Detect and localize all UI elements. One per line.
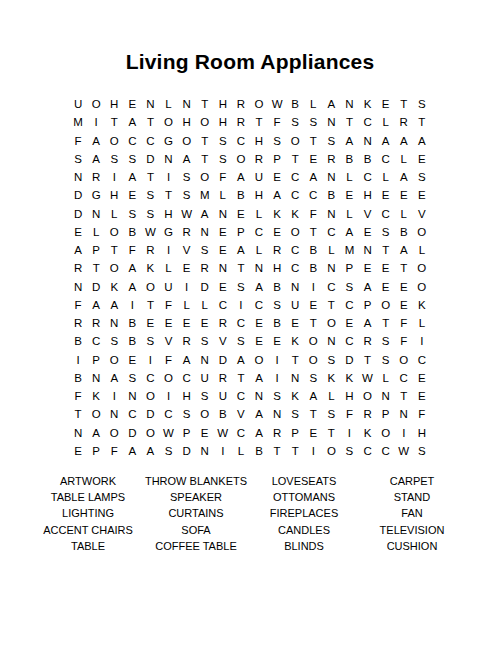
grid-cell-r16c1: B xyxy=(69,369,87,387)
grid-cell-r19c7: P xyxy=(178,424,196,442)
grid-cell-r9c4: F xyxy=(123,241,141,259)
grid-cell-r6c12: A xyxy=(268,186,286,204)
grid-cell-r15c6: F xyxy=(159,351,177,369)
grid-cell-r11c3: K xyxy=(105,278,123,296)
grid-cell-r15c17: T xyxy=(359,351,377,369)
grid-cell-r12c2: A xyxy=(87,296,105,314)
grid-cell-r6c10: B xyxy=(232,186,250,204)
grid-cell-r10c9: N xyxy=(214,259,232,277)
grid-cell-r18c12: N xyxy=(268,405,286,423)
grid-cell-r10c12: H xyxy=(268,259,286,277)
grid-cell-r17c16: H xyxy=(340,387,358,405)
grid-cell-r14c1: B xyxy=(69,332,87,350)
grid-cell-r12c6: F xyxy=(159,296,177,314)
grid-cell-r7c15: N xyxy=(322,205,340,223)
grid-cell-r14c14: O xyxy=(304,332,322,350)
grid-cell-r10c3: O xyxy=(105,259,123,277)
grid-cell-r11c1: N xyxy=(69,278,87,296)
grid-cell-r1c8: T xyxy=(196,95,214,113)
grid-cell-r14c16: C xyxy=(340,332,358,350)
word-column-1: ARTWORKTABLE LAMPSLIGHTINGACCENT CHAIRST… xyxy=(34,473,142,554)
word-item: BLINDS xyxy=(284,538,324,554)
grid-cell-r12c15: T xyxy=(322,296,340,314)
grid-cell-r4c18: C xyxy=(377,150,395,168)
grid-cell-r4c5: D xyxy=(141,150,159,168)
grid-cell-r14c18: S xyxy=(377,332,395,350)
grid-cell-r11c14: I xyxy=(304,278,322,296)
grid-cell-r8c16: A xyxy=(340,223,358,241)
word-item: SPEAKER xyxy=(170,489,222,505)
grid-cell-r5c17: C xyxy=(359,168,377,186)
grid-cell-r3c13: O xyxy=(286,132,304,150)
grid-cell-r1c2: O xyxy=(87,95,105,113)
grid-cell-r5c14: A xyxy=(304,168,322,186)
grid-cell-r5c2: R xyxy=(87,168,105,186)
grid-cell-r18c14: T xyxy=(304,405,322,423)
grid-cell-r8c1: E xyxy=(69,223,87,241)
grid-cell-r9c2: P xyxy=(87,241,105,259)
grid-cell-r20c1: E xyxy=(69,442,87,460)
grid-cell-r11c16: S xyxy=(340,278,358,296)
grid-cell-r1c12: W xyxy=(268,95,286,113)
grid-cell-r9c7: V xyxy=(178,241,196,259)
grid-cell-r1c20: S xyxy=(413,95,431,113)
grid-cell-r7c11: L xyxy=(250,205,268,223)
grid-cell-r13c11: E xyxy=(250,314,268,332)
grid-cell-r5c16: L xyxy=(340,168,358,186)
grid-cell-r3c14: T xyxy=(304,132,322,150)
grid-cell-r9c17: N xyxy=(359,241,377,259)
grid-cell-r17c19: T xyxy=(395,387,413,405)
word-item: OTTOMANS xyxy=(273,489,335,505)
grid-cell-r16c2: N xyxy=(87,369,105,387)
grid-cell-r13c18: T xyxy=(377,314,395,332)
grid-cell-r7c13: K xyxy=(286,205,304,223)
grid-cell-r5c18: L xyxy=(377,168,395,186)
grid-cell-r12c14: E xyxy=(304,296,322,314)
grid-cell-r6c16: E xyxy=(340,186,358,204)
grid-cell-r10c2: T xyxy=(87,259,105,277)
grid-cell-r8c10: P xyxy=(232,223,250,241)
grid-cell-r14c11: E xyxy=(250,332,268,350)
grid-cell-r11c17: A xyxy=(359,278,377,296)
grid-cell-r17c5: O xyxy=(141,387,159,405)
grid-cell-r4c9: S xyxy=(214,150,232,168)
grid-cell-r12c3: A xyxy=(105,296,123,314)
grid-cell-r7c2: N xyxy=(87,205,105,223)
grid-cell-r11c11: A xyxy=(250,278,268,296)
grid-cell-r17c7: H xyxy=(178,387,196,405)
grid-cell-r15c12: I xyxy=(268,351,286,369)
grid-cell-r15c1: I xyxy=(69,351,87,369)
grid-cell-r19c16: I xyxy=(340,424,358,442)
grid-cell-r15c11: O xyxy=(250,351,268,369)
grid-cell-r1c3: H xyxy=(105,95,123,113)
grid-cell-r6c3: H xyxy=(105,186,123,204)
grid-cell-r19c6: W xyxy=(159,424,177,442)
grid-cell-r13c20: L xyxy=(413,314,431,332)
grid-cell-r8c20: O xyxy=(413,223,431,241)
grid-cell-r1c6: L xyxy=(159,95,177,113)
grid-cell-r14c9: V xyxy=(214,332,232,350)
grid-cell-r4c20: E xyxy=(413,150,431,168)
grid-cell-r5c1: N xyxy=(69,168,87,186)
grid-cell-r17c13: K xyxy=(286,387,304,405)
letter-grid: UOHENLNTHROWBLANKETSMITATOHOHRTFSSNTCLRT… xyxy=(69,95,431,460)
grid-cell-r5c20: S xyxy=(413,168,431,186)
grid-cell-r7c20: V xyxy=(413,205,431,223)
grid-cell-r1c14: L xyxy=(304,95,322,113)
word-item: CURTAINS xyxy=(168,505,223,521)
grid-cell-r13c6: E xyxy=(159,314,177,332)
grid-cell-r20c4: A xyxy=(123,442,141,460)
grid-cell-r12c4: I xyxy=(123,296,141,314)
grid-cell-r1c13: B xyxy=(286,95,304,113)
grid-cell-r2c7: H xyxy=(178,113,196,131)
word-item: STAND xyxy=(394,489,430,505)
grid-cell-r19c17: K xyxy=(359,424,377,442)
grid-cell-r8c12: E xyxy=(268,223,286,241)
grid-cell-r20c14: I xyxy=(304,442,322,460)
grid-cell-r5c5: T xyxy=(141,168,159,186)
grid-cell-r18c3: N xyxy=(105,405,123,423)
grid-cell-r13c13: E xyxy=(286,314,304,332)
grid-cell-r19c4: D xyxy=(123,424,141,442)
grid-cell-r17c11: N xyxy=(250,387,268,405)
grid-cell-r20c8: N xyxy=(196,442,214,460)
grid-cell-r4c10: O xyxy=(232,150,250,168)
grid-cell-r17c18: N xyxy=(377,387,395,405)
grid-cell-r11c19: E xyxy=(395,278,413,296)
grid-cell-r12c20: K xyxy=(413,296,431,314)
grid-cell-r15c20: C xyxy=(413,351,431,369)
grid-cell-r6c19: E xyxy=(395,186,413,204)
grid-cell-r5c13: C xyxy=(286,168,304,186)
grid-cell-r4c19: L xyxy=(395,150,413,168)
grid-cell-r18c4: C xyxy=(123,405,141,423)
grid-cell-r2c15: N xyxy=(322,113,340,131)
grid-cell-r2c8: O xyxy=(196,113,214,131)
grid-cell-r2c2: I xyxy=(87,113,105,131)
grid-cell-r9c1: A xyxy=(69,241,87,259)
grid-cell-r2c3: T xyxy=(105,113,123,131)
grid-cell-r12c5: T xyxy=(141,296,159,314)
grid-cell-r19c5: O xyxy=(141,424,159,442)
grid-cell-r9c3: T xyxy=(105,241,123,259)
grid-cell-r8c4: B xyxy=(123,223,141,241)
grid-cell-r12c9: C xyxy=(214,296,232,314)
grid-cell-r4c12: P xyxy=(268,150,286,168)
grid-cell-r14c5: S xyxy=(141,332,159,350)
grid-cell-r17c20: E xyxy=(413,387,431,405)
grid-cell-r13c8: E xyxy=(196,314,214,332)
grid-cell-r9c6: I xyxy=(159,241,177,259)
grid-cell-r3c8: T xyxy=(196,132,214,150)
word-list: ARTWORKTABLE LAMPSLIGHTINGACCENT CHAIRST… xyxy=(34,473,466,554)
grid-cell-r10c18: E xyxy=(377,259,395,277)
grid-cell-r5c7: S xyxy=(178,168,196,186)
grid-cell-r11c18: E xyxy=(377,278,395,296)
grid-cell-r15c16: D xyxy=(340,351,358,369)
word-item: ACCENT CHAIRS xyxy=(43,522,133,538)
grid-cell-r1c5: N xyxy=(141,95,159,113)
grid-cell-r1c18: E xyxy=(377,95,395,113)
grid-cell-r7c19: L xyxy=(395,205,413,223)
grid-cell-r1c1: U xyxy=(69,95,87,113)
grid-cell-r1c11: O xyxy=(250,95,268,113)
grid-cell-r19c2: A xyxy=(87,424,105,442)
grid-cell-r20c2: P xyxy=(87,442,105,460)
grid-cell-r14c20: I xyxy=(413,332,431,350)
grid-cell-r14c15: N xyxy=(322,332,340,350)
grid-cell-r9c19: A xyxy=(395,241,413,259)
grid-cell-r20c9: I xyxy=(214,442,232,460)
grid-cell-r7c16: L xyxy=(340,205,358,223)
grid-cell-r16c8: U xyxy=(196,369,214,387)
grid-cell-r4c6: N xyxy=(159,150,177,168)
grid-cell-r15c13: T xyxy=(286,351,304,369)
grid-cell-r13c19: F xyxy=(395,314,413,332)
grid-cell-r13c14: T xyxy=(304,314,322,332)
grid-cell-r19c3: O xyxy=(105,424,123,442)
grid-cell-r9c13: C xyxy=(286,241,304,259)
grid-cell-r17c3: I xyxy=(105,387,123,405)
grid-cell-r15c15: S xyxy=(322,351,340,369)
grid-cell-r15c9: D xyxy=(214,351,232,369)
grid-cell-r3c18: A xyxy=(377,132,395,150)
grid-cell-r12c7: L xyxy=(178,296,196,314)
grid-cell-r8c9: E xyxy=(214,223,232,241)
grid-cell-r8c17: E xyxy=(359,223,377,241)
grid-cell-r16c3: A xyxy=(105,369,123,387)
grid-cell-r9c15: L xyxy=(322,241,340,259)
grid-cell-r14c12: E xyxy=(268,332,286,350)
grid-cell-r3c15: S xyxy=(322,132,340,150)
grid-cell-r9c5: R xyxy=(141,241,159,259)
grid-cell-r14c13: K xyxy=(286,332,304,350)
grid-cell-r10c4: A xyxy=(123,259,141,277)
grid-cell-r20c3: F xyxy=(105,442,123,460)
grid-cell-r11c9: E xyxy=(214,278,232,296)
grid-cell-r7c6: H xyxy=(159,205,177,223)
grid-cell-r4c13: T xyxy=(286,150,304,168)
grid-cell-r18c1: T xyxy=(69,405,87,423)
grid-cell-r13c5: E xyxy=(141,314,159,332)
grid-cell-r5c15: N xyxy=(322,168,340,186)
grid-cell-r19c9: W xyxy=(214,424,232,442)
grid-cell-r20c7: D xyxy=(178,442,196,460)
grid-cell-r14c10: S xyxy=(232,332,250,350)
grid-cell-r3c11: H xyxy=(250,132,268,150)
grid-cell-r4c15: R xyxy=(322,150,340,168)
grid-cell-r16c13: N xyxy=(286,369,304,387)
grid-cell-r7c14: F xyxy=(304,205,322,223)
grid-cell-r10c5: K xyxy=(141,259,159,277)
grid-cell-r2c4: A xyxy=(123,113,141,131)
grid-cell-r17c15: L xyxy=(322,387,340,405)
grid-cell-r16c15: K xyxy=(322,369,340,387)
grid-cell-r13c2: R xyxy=(87,314,105,332)
grid-cell-r13c10: C xyxy=(232,314,250,332)
grid-cell-r14c3: S xyxy=(105,332,123,350)
grid-cell-r16c4: S xyxy=(123,369,141,387)
word-column-3: LOVESEATSOTTOMANSFIREPLACESCANDLESBLINDS xyxy=(250,473,358,554)
grid-cell-r15c18: S xyxy=(377,351,395,369)
grid-cell-r5c19: A xyxy=(395,168,413,186)
grid-cell-r14c19: F xyxy=(395,332,413,350)
word-item: TABLE LAMPS xyxy=(51,489,125,505)
grid-cell-r16c12: I xyxy=(268,369,286,387)
grid-cell-r17c8: S xyxy=(196,387,214,405)
grid-cell-r10c11: N xyxy=(250,259,268,277)
grid-cell-r20c17: C xyxy=(359,442,377,460)
grid-cell-r10c16: P xyxy=(340,259,358,277)
grid-cell-r3c4: C xyxy=(123,132,141,150)
grid-cell-r3c10: C xyxy=(232,132,250,150)
grid-cell-r15c10: A xyxy=(232,351,250,369)
grid-cell-r15c19: O xyxy=(395,351,413,369)
grid-cell-r15c3: O xyxy=(105,351,123,369)
grid-cell-r17c1: F xyxy=(69,387,87,405)
word-item: LIGHTING xyxy=(62,505,114,521)
grid-cell-r2c17: C xyxy=(359,113,377,131)
grid-cell-r3c2: A xyxy=(87,132,105,150)
grid-cell-r6c11: H xyxy=(250,186,268,204)
word-column-2: THROW BLANKETSSPEAKERCURTAINSSOFACOFFEE … xyxy=(142,473,250,554)
grid-cell-r4c2: A xyxy=(87,150,105,168)
grid-cell-r16c6: O xyxy=(159,369,177,387)
grid-cell-r18c16: F xyxy=(340,405,358,423)
grid-cell-r11c20: O xyxy=(413,278,431,296)
puzzle-title: Living Room Appliances xyxy=(0,0,500,74)
grid-cell-r1c19: T xyxy=(395,95,413,113)
grid-cell-r12c1: F xyxy=(69,296,87,314)
word-item: FAN xyxy=(401,505,422,521)
grid-cell-r10c6: L xyxy=(159,259,177,277)
grid-cell-r9c12: R xyxy=(268,241,286,259)
grid-cell-r1c16: N xyxy=(340,95,358,113)
grid-cell-r13c7: E xyxy=(178,314,196,332)
grid-cell-r7c8: A xyxy=(196,205,214,223)
grid-cell-r16c19: C xyxy=(395,369,413,387)
grid-cell-r9c18: T xyxy=(377,241,395,259)
grid-cell-r10c1: R xyxy=(69,259,87,277)
word-item: CUSHION xyxy=(387,538,438,554)
grid-cell-r14c8: S xyxy=(196,332,214,350)
grid-cell-r2c5: T xyxy=(141,113,159,131)
grid-cell-r2c9: H xyxy=(214,113,232,131)
word-item: COFFEE TABLE xyxy=(155,538,237,554)
grid-cell-r20c11: B xyxy=(250,442,268,460)
grid-cell-r5c6: I xyxy=(159,168,177,186)
grid-cell-r10c19: T xyxy=(395,259,413,277)
grid-cell-r3c9: S xyxy=(214,132,232,150)
grid-cell-r16c18: L xyxy=(377,369,395,387)
grid-cell-r6c9: L xyxy=(214,186,232,204)
word-item: FIREPLACES xyxy=(270,505,338,521)
grid-cell-r17c10: C xyxy=(232,387,250,405)
grid-cell-r12c8: L xyxy=(196,296,214,314)
grid-cell-r13c3: N xyxy=(105,314,123,332)
grid-cell-r1c9: H xyxy=(214,95,232,113)
grid-cell-r4c16: B xyxy=(340,150,358,168)
grid-cell-r10c17: E xyxy=(359,259,377,277)
grid-cell-r16c17: W xyxy=(359,369,377,387)
grid-cell-r11c2: D xyxy=(87,278,105,296)
grid-cell-r18c20: F xyxy=(413,405,431,423)
grid-cell-r10c7: E xyxy=(178,259,196,277)
grid-cell-r18c7: S xyxy=(178,405,196,423)
grid-cell-r18c11: A xyxy=(250,405,268,423)
grid-cell-r11c6: U xyxy=(159,278,177,296)
word-column-4: CARPETSTANDFANTELEVISIONCUSHION xyxy=(358,473,466,554)
grid-cell-r11c7: I xyxy=(178,278,196,296)
grid-cell-r10c13: C xyxy=(286,259,304,277)
grid-cell-r12c12: S xyxy=(268,296,286,314)
grid-cell-r6c13: C xyxy=(286,186,304,204)
grid-cell-r1c7: N xyxy=(178,95,196,113)
grid-cell-r13c1: R xyxy=(69,314,87,332)
grid-cell-r19c20: H xyxy=(413,424,431,442)
grid-cell-r8c2: L xyxy=(87,223,105,241)
grid-cell-r7c7: W xyxy=(178,205,196,223)
grid-cell-r8c11: C xyxy=(250,223,268,241)
grid-cell-r20c18: C xyxy=(377,442,395,460)
grid-cell-r7c4: S xyxy=(123,205,141,223)
grid-cell-r12c13: U xyxy=(286,296,304,314)
grid-cell-r5c8: O xyxy=(196,168,214,186)
grid-cell-r20c5: A xyxy=(141,442,159,460)
grid-cell-r5c3: I xyxy=(105,168,123,186)
grid-cell-r14c6: V xyxy=(159,332,177,350)
grid-cell-r6c4: E xyxy=(123,186,141,204)
grid-cell-r3c20: A xyxy=(413,132,431,150)
grid-cell-r3c6: G xyxy=(159,132,177,150)
grid-cell-r13c12: B xyxy=(268,314,286,332)
grid-cell-r16c5: C xyxy=(141,369,159,387)
grid-cell-r9c14: B xyxy=(304,241,322,259)
grid-cell-r6c20: E xyxy=(413,186,431,204)
grid-cell-r6c2: G xyxy=(87,186,105,204)
grid-cell-r1c17: K xyxy=(359,95,377,113)
grid-cell-r4c7: A xyxy=(178,150,196,168)
grid-cell-r13c4: B xyxy=(123,314,141,332)
grid-cell-r19c1: N xyxy=(69,424,87,442)
grid-cell-r8c18: S xyxy=(377,223,395,241)
grid-cell-r1c15: A xyxy=(322,95,340,113)
grid-cell-r8c7: R xyxy=(178,223,196,241)
grid-cell-r6c6: T xyxy=(159,186,177,204)
grid-cell-r19c12: R xyxy=(268,424,286,442)
grid-cell-r20c10: L xyxy=(232,442,250,460)
grid-cell-r17c17: O xyxy=(359,387,377,405)
grid-cell-r11c10: S xyxy=(232,278,250,296)
grid-cell-r19c19: I xyxy=(395,424,413,442)
grid-cell-r16c16: K xyxy=(340,369,358,387)
grid-cell-r18c18: P xyxy=(377,405,395,423)
grid-cell-r16c20: E xyxy=(413,369,431,387)
grid-cell-r6c18: E xyxy=(377,186,395,204)
grid-cell-r20c13: T xyxy=(286,442,304,460)
grid-cell-r3c17: N xyxy=(359,132,377,150)
grid-cell-r19c10: C xyxy=(232,424,250,442)
grid-cell-r5c11: U xyxy=(250,168,268,186)
grid-cell-r3c5: C xyxy=(141,132,159,150)
grid-cell-r5c4: A xyxy=(123,168,141,186)
grid-cell-r6c14: C xyxy=(304,186,322,204)
grid-cell-r9c10: A xyxy=(232,241,250,259)
grid-cell-r6c5: S xyxy=(141,186,159,204)
